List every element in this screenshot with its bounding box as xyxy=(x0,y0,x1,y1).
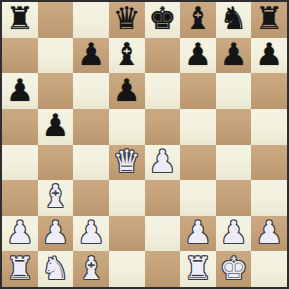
square-g6[interactable] xyxy=(216,73,252,109)
square-e3[interactable] xyxy=(145,180,181,216)
square-a4[interactable] xyxy=(2,145,38,181)
square-c8[interactable] xyxy=(73,2,109,38)
square-c3[interactable] xyxy=(73,180,109,216)
black-king-e8[interactable]: ♚ xyxy=(148,3,176,34)
square-h4[interactable] xyxy=(251,145,287,181)
square-g4[interactable] xyxy=(216,145,252,181)
square-c4[interactable] xyxy=(73,145,109,181)
black-pawn-d6[interactable]: ♟ xyxy=(113,75,141,106)
chess-board-frame: ♜♛♚♝♞♜♟♝♟♟♟♟♟♟♛♟♝♟♟♟♟♟♟♜♞♝♜♚ xyxy=(0,0,289,289)
white-pawn-e4[interactable]: ♟ xyxy=(148,146,176,177)
white-queen-d4[interactable]: ♛ xyxy=(113,146,141,177)
square-f4[interactable] xyxy=(180,145,216,181)
square-e5[interactable] xyxy=(145,109,181,145)
square-b6[interactable] xyxy=(38,73,74,109)
square-f5[interactable] xyxy=(180,109,216,145)
square-b5[interactable]: ♟ xyxy=(38,109,74,145)
square-f1[interactable]: ♜ xyxy=(180,251,216,287)
white-pawn-h2[interactable]: ♟ xyxy=(255,217,283,248)
chess-board: ♜♛♚♝♞♜♟♝♟♟♟♟♟♟♛♟♝♟♟♟♟♟♟♜♞♝♜♚ xyxy=(2,2,287,287)
white-pawn-g2[interactable]: ♟ xyxy=(220,217,248,248)
square-e1[interactable] xyxy=(145,251,181,287)
square-a3[interactable] xyxy=(2,180,38,216)
white-rook-f1[interactable]: ♜ xyxy=(184,253,212,284)
square-h6[interactable] xyxy=(251,73,287,109)
square-f3[interactable] xyxy=(180,180,216,216)
black-pawn-a6[interactable]: ♟ xyxy=(6,75,34,106)
square-f2[interactable]: ♟ xyxy=(180,216,216,252)
square-f7[interactable]: ♟ xyxy=(180,38,216,74)
square-g7[interactable]: ♟ xyxy=(216,38,252,74)
square-b1[interactable]: ♞ xyxy=(38,251,74,287)
square-h3[interactable] xyxy=(251,180,287,216)
square-g3[interactable] xyxy=(216,180,252,216)
square-d3[interactable] xyxy=(109,180,145,216)
square-h7[interactable]: ♟ xyxy=(251,38,287,74)
square-c5[interactable] xyxy=(73,109,109,145)
square-b8[interactable] xyxy=(38,2,74,38)
square-f8[interactable]: ♝ xyxy=(180,2,216,38)
white-rook-a1[interactable]: ♜ xyxy=(6,253,34,284)
black-pawn-b5[interactable]: ♟ xyxy=(42,110,70,141)
square-b3[interactable]: ♝ xyxy=(38,180,74,216)
black-pawn-f7[interactable]: ♟ xyxy=(184,39,212,70)
square-e7[interactable] xyxy=(145,38,181,74)
white-knight-b1[interactable]: ♞ xyxy=(42,253,70,284)
square-g8[interactable]: ♞ xyxy=(216,2,252,38)
black-rook-h8[interactable]: ♜ xyxy=(255,3,283,34)
square-e4[interactable]: ♟ xyxy=(145,145,181,181)
white-pawn-b2[interactable]: ♟ xyxy=(42,217,70,248)
white-king-g1[interactable]: ♚ xyxy=(220,253,248,284)
white-pawn-a2[interactable]: ♟ xyxy=(6,217,34,248)
square-d5[interactable] xyxy=(109,109,145,145)
square-b4[interactable] xyxy=(38,145,74,181)
square-h5[interactable] xyxy=(251,109,287,145)
square-a2[interactable]: ♟ xyxy=(2,216,38,252)
square-a7[interactable] xyxy=(2,38,38,74)
square-e6[interactable] xyxy=(145,73,181,109)
black-rook-a8[interactable]: ♜ xyxy=(6,3,34,34)
square-c6[interactable] xyxy=(73,73,109,109)
black-bishop-d7[interactable]: ♝ xyxy=(113,39,141,70)
black-pawn-c7[interactable]: ♟ xyxy=(77,39,105,70)
square-h1[interactable] xyxy=(251,251,287,287)
square-d6[interactable]: ♟ xyxy=(109,73,145,109)
square-e8[interactable]: ♚ xyxy=(145,2,181,38)
black-pawn-g7[interactable]: ♟ xyxy=(220,39,248,70)
black-bishop-f8[interactable]: ♝ xyxy=(184,3,212,34)
white-bishop-b3[interactable]: ♝ xyxy=(42,181,70,212)
square-c2[interactable]: ♟ xyxy=(73,216,109,252)
square-h2[interactable]: ♟ xyxy=(251,216,287,252)
square-c7[interactable]: ♟ xyxy=(73,38,109,74)
square-d8[interactable]: ♛ xyxy=(109,2,145,38)
white-pawn-c2[interactable]: ♟ xyxy=(77,217,105,248)
square-a8[interactable]: ♜ xyxy=(2,2,38,38)
square-a6[interactable]: ♟ xyxy=(2,73,38,109)
square-d1[interactable] xyxy=(109,251,145,287)
square-g2[interactable]: ♟ xyxy=(216,216,252,252)
square-b2[interactable]: ♟ xyxy=(38,216,74,252)
square-d4[interactable]: ♛ xyxy=(109,145,145,181)
black-queen-d8[interactable]: ♛ xyxy=(113,3,141,34)
square-e2[interactable] xyxy=(145,216,181,252)
square-c1[interactable]: ♝ xyxy=(73,251,109,287)
square-h8[interactable]: ♜ xyxy=(251,2,287,38)
square-g1[interactable]: ♚ xyxy=(216,251,252,287)
square-a5[interactable] xyxy=(2,109,38,145)
square-d2[interactable] xyxy=(109,216,145,252)
square-d7[interactable]: ♝ xyxy=(109,38,145,74)
square-b7[interactable] xyxy=(38,38,74,74)
square-g5[interactable] xyxy=(216,109,252,145)
square-f6[interactable] xyxy=(180,73,216,109)
black-knight-g8[interactable]: ♞ xyxy=(220,3,248,34)
white-bishop-c1[interactable]: ♝ xyxy=(77,253,105,284)
white-pawn-f2[interactable]: ♟ xyxy=(184,217,212,248)
black-pawn-h7[interactable]: ♟ xyxy=(255,39,283,70)
square-a1[interactable]: ♜ xyxy=(2,251,38,287)
